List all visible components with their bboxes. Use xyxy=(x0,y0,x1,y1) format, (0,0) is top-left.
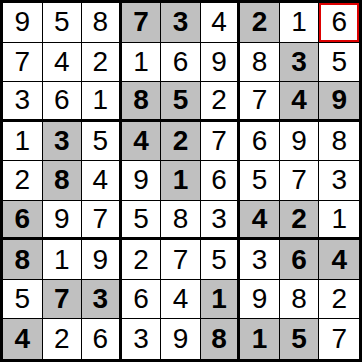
cell-r4c2[interactable]: 3 xyxy=(43,122,83,162)
cell-r9c1[interactable]: 4 xyxy=(3,319,43,359)
cell-r5c4[interactable]: 9 xyxy=(122,161,162,201)
cell-digit: 1 xyxy=(14,127,30,155)
cell-r5c7[interactable]: 5 xyxy=(240,161,280,201)
cell-r6c7[interactable]: 4 xyxy=(240,201,280,241)
cell-digit: 3 xyxy=(14,86,30,114)
cell-digit: 8 xyxy=(211,325,227,353)
cell-r2c6[interactable]: 9 xyxy=(201,43,241,83)
cell-r2c4[interactable]: 1 xyxy=(122,43,162,83)
cell-digit: 4 xyxy=(331,246,347,274)
cell-digit: 2 xyxy=(54,325,70,353)
cell-r5c5[interactable]: 1 xyxy=(161,161,201,201)
cell-r4c3[interactable]: 5 xyxy=(82,122,122,162)
cell-r7c2[interactable]: 1 xyxy=(43,240,83,280)
cell-r6c9[interactable]: 1 xyxy=(319,201,359,241)
cell-r3c3[interactable]: 1 xyxy=(82,82,122,122)
cell-digit: 3 xyxy=(93,285,109,313)
cell-digit: 7 xyxy=(173,246,189,274)
cell-r1c9[interactable]: 6 xyxy=(319,3,359,43)
cell-digit: 4 xyxy=(211,8,227,36)
cell-digit: 6 xyxy=(291,246,307,274)
cell-r5c2[interactable]: 8 xyxy=(43,161,83,201)
cell-r9c9[interactable]: 7 xyxy=(319,319,359,359)
cell-r9c8[interactable]: 5 xyxy=(280,319,320,359)
cell-digit: 8 xyxy=(54,166,70,194)
cell-r3c6[interactable]: 2 xyxy=(201,82,241,122)
cell-digit: 2 xyxy=(252,8,268,36)
cell-r2c8[interactable]: 3 xyxy=(280,43,320,83)
cell-digit: 1 xyxy=(291,8,307,36)
cell-r3c8[interactable]: 4 xyxy=(280,82,320,122)
cell-digit: 2 xyxy=(173,127,189,155)
cell-r5c9[interactable]: 3 xyxy=(319,161,359,201)
cell-r7c6[interactable]: 5 xyxy=(201,240,241,280)
cell-r8c6[interactable]: 1 xyxy=(201,280,241,320)
cell-digit: 2 xyxy=(133,246,149,274)
cell-digit: 8 xyxy=(331,127,347,155)
cell-r3c1[interactable]: 3 xyxy=(3,82,43,122)
cell-r6c3[interactable]: 7 xyxy=(82,201,122,241)
cell-r7c5[interactable]: 7 xyxy=(161,240,201,280)
cell-digit: 9 xyxy=(93,246,109,274)
cell-r4c5[interactable]: 2 xyxy=(161,122,201,162)
cell-digit: 1 xyxy=(173,166,189,194)
cell-r6c8[interactable]: 2 xyxy=(280,201,320,241)
cell-digit: 5 xyxy=(133,205,149,233)
cell-digit: 7 xyxy=(133,8,149,36)
cell-r4c7[interactable]: 6 xyxy=(240,122,280,162)
cell-digit: 9 xyxy=(291,127,307,155)
cell-digit: 9 xyxy=(331,86,347,114)
cell-r8c1[interactable]: 5 xyxy=(3,280,43,320)
cell-digit: 5 xyxy=(252,166,268,194)
cell-digit: 1 xyxy=(211,285,227,313)
cell-digit: 6 xyxy=(14,205,30,233)
cell-r8c3[interactable]: 3 xyxy=(82,280,122,320)
cell-r2c5[interactable]: 6 xyxy=(161,43,201,83)
cell-r6c5[interactable]: 8 xyxy=(161,201,201,241)
cell-digit: 3 xyxy=(173,8,189,36)
cell-digit: 3 xyxy=(133,325,149,353)
cell-r6c2[interactable]: 9 xyxy=(43,201,83,241)
cell-r1c7[interactable]: 2 xyxy=(240,3,280,43)
cell-r5c1[interactable]: 2 xyxy=(3,161,43,201)
cell-digit: 3 xyxy=(291,48,307,76)
cell-r7c8[interactable]: 6 xyxy=(280,240,320,280)
cell-digit: 5 xyxy=(54,8,70,36)
cell-r5c3[interactable]: 4 xyxy=(82,161,122,201)
cell-digit: 8 xyxy=(133,86,149,114)
cell-digit: 5 xyxy=(14,285,30,313)
cell-r7c4[interactable]: 2 xyxy=(122,240,162,280)
cell-r3c9[interactable]: 9 xyxy=(319,82,359,122)
cell-r9c3[interactable]: 6 xyxy=(82,319,122,359)
cell-digit: 7 xyxy=(54,285,70,313)
cell-digit: 6 xyxy=(173,48,189,76)
cell-digit: 2 xyxy=(211,86,227,114)
cell-digit: 8 xyxy=(291,285,307,313)
cell-r1c1[interactable]: 9 xyxy=(3,3,43,43)
cell-digit: 9 xyxy=(14,8,30,36)
cell-digit: 5 xyxy=(291,325,307,353)
cell-r1c3[interactable]: 8 xyxy=(82,3,122,43)
cell-digit: 4 xyxy=(252,205,268,233)
cell-r8c5[interactable]: 4 xyxy=(161,280,201,320)
cell-r3c5[interactable]: 5 xyxy=(161,82,201,122)
cell-digit: 1 xyxy=(93,86,109,114)
cell-digit: 1 xyxy=(331,205,347,233)
cell-digit: 2 xyxy=(14,166,30,194)
cell-r7c3[interactable]: 9 xyxy=(82,240,122,280)
cell-r2c1[interactable]: 7 xyxy=(3,43,43,83)
cell-digit: 6 xyxy=(54,86,70,114)
cell-r5c6[interactable]: 6 xyxy=(201,161,241,201)
cell-digit: 6 xyxy=(211,166,227,194)
cell-digit: 6 xyxy=(331,8,347,36)
cell-digit: 1 xyxy=(252,325,268,353)
cell-r6c6[interactable]: 3 xyxy=(201,201,241,241)
cell-r7c7[interactable]: 3 xyxy=(240,240,280,280)
cell-digit: 9 xyxy=(252,285,268,313)
cell-digit: 2 xyxy=(93,48,109,76)
cell-digit: 8 xyxy=(252,48,268,76)
cell-r8c7[interactable]: 9 xyxy=(240,280,280,320)
cell-r6c1[interactable]: 6 xyxy=(3,201,43,241)
cell-r2c2[interactable]: 4 xyxy=(43,43,83,83)
cell-digit: 3 xyxy=(54,127,70,155)
cell-r9c7[interactable]: 1 xyxy=(240,319,280,359)
cell-r8c2[interactable]: 7 xyxy=(43,280,83,320)
cell-r4c8[interactable]: 9 xyxy=(280,122,320,162)
cell-r2c7[interactable]: 8 xyxy=(240,43,280,83)
cell-r7c1[interactable]: 8 xyxy=(3,240,43,280)
cell-digit: 4 xyxy=(93,166,109,194)
sudoku-board: 9587342167421698353618527491354276982849… xyxy=(0,0,362,362)
cell-digit: 5 xyxy=(93,127,109,155)
cell-digit: 3 xyxy=(252,246,268,274)
cell-digit: 7 xyxy=(211,127,227,155)
cell-digit: 7 xyxy=(252,86,268,114)
cell-digit: 7 xyxy=(331,325,347,353)
cell-r4c4[interactable]: 4 xyxy=(122,122,162,162)
cell-r8c8[interactable]: 8 xyxy=(280,280,320,320)
cell-digit: 7 xyxy=(93,205,109,233)
cell-digit: 1 xyxy=(54,246,70,274)
cell-r9c2[interactable]: 2 xyxy=(43,319,83,359)
cell-r7c9[interactable]: 4 xyxy=(319,240,359,280)
cell-digit: 6 xyxy=(133,285,149,313)
cell-digit: 9 xyxy=(173,325,189,353)
cell-r2c3[interactable]: 2 xyxy=(82,43,122,83)
cell-r1c6[interactable]: 4 xyxy=(201,3,241,43)
cell-digit: 9 xyxy=(133,166,149,194)
cell-r1c5[interactable]: 3 xyxy=(161,3,201,43)
cell-digit: 5 xyxy=(173,86,189,114)
cell-digit: 4 xyxy=(291,86,307,114)
cell-digit: 4 xyxy=(133,127,149,155)
cell-r4c9[interactable]: 8 xyxy=(319,122,359,162)
cell-r4c6[interactable]: 7 xyxy=(201,122,241,162)
cell-digit: 9 xyxy=(211,48,227,76)
cell-r1c8[interactable]: 1 xyxy=(280,3,320,43)
cell-digit: 8 xyxy=(93,8,109,36)
cell-digit: 5 xyxy=(211,246,227,274)
cell-r1c2[interactable]: 5 xyxy=(43,3,83,43)
cell-digit: 2 xyxy=(291,205,307,233)
cell-digit: 8 xyxy=(14,246,30,274)
cell-r6c4[interactable]: 5 xyxy=(122,201,162,241)
cell-r8c9[interactable]: 2 xyxy=(319,280,359,320)
cell-digit: 7 xyxy=(291,166,307,194)
cell-r3c2[interactable]: 6 xyxy=(43,82,83,122)
cell-r4c1[interactable]: 1 xyxy=(3,122,43,162)
cell-digit: 3 xyxy=(331,166,347,194)
cell-r3c7[interactable]: 7 xyxy=(240,82,280,122)
cell-digit: 2 xyxy=(331,285,347,313)
cell-r2c9[interactable]: 5 xyxy=(319,43,359,83)
cell-digit: 5 xyxy=(331,48,347,76)
cell-digit: 1 xyxy=(133,48,149,76)
cell-r5c8[interactable]: 7 xyxy=(280,161,320,201)
cell-r3c4[interactable]: 8 xyxy=(122,82,162,122)
cell-digit: 4 xyxy=(173,285,189,313)
cell-digit: 4 xyxy=(14,325,30,353)
cell-r9c5[interactable]: 9 xyxy=(161,319,201,359)
cell-digit: 8 xyxy=(173,205,189,233)
cell-r9c6[interactable]: 8 xyxy=(201,319,241,359)
cell-r1c4[interactable]: 7 xyxy=(122,3,162,43)
cell-digit: 6 xyxy=(252,127,268,155)
cell-digit: 7 xyxy=(14,48,30,76)
cell-digit: 4 xyxy=(54,48,70,76)
cell-digit: 9 xyxy=(54,205,70,233)
cell-digit: 3 xyxy=(211,205,227,233)
cell-digit: 6 xyxy=(93,325,109,353)
cell-r8c4[interactable]: 6 xyxy=(122,280,162,320)
cell-r9c4[interactable]: 3 xyxy=(122,319,162,359)
